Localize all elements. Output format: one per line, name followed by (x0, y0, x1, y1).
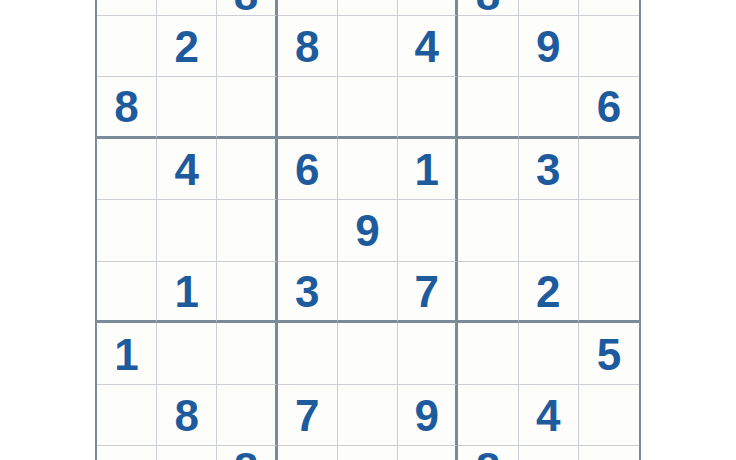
given-digit: 6 (295, 148, 319, 192)
given-digit: 2 (536, 270, 560, 314)
cell-r8c3[interactable] (217, 385, 277, 447)
cell-r1c6[interactable] (398, 0, 458, 16)
cell-r2c1[interactable] (97, 16, 157, 78)
cell-r8c6[interactable]: 9 (398, 385, 458, 447)
cell-r1c8[interactable] (519, 0, 579, 16)
cell-r9c8[interactable] (519, 446, 579, 460)
cell-r4c5[interactable] (338, 139, 398, 201)
cell-r6c3[interactable] (217, 262, 277, 324)
cell-r7c4[interactable] (278, 323, 338, 385)
cell-r3c2[interactable] (157, 77, 217, 139)
cell-r7c8[interactable] (519, 323, 579, 385)
cell-r2c6[interactable]: 4 (398, 16, 458, 78)
cell-r3c8[interactable] (519, 77, 579, 139)
cell-r4c3[interactable] (217, 139, 277, 201)
partial-given-digit: 8 (234, 0, 258, 17)
sudoku-page: 8828498646139137215879488 (0, 0, 736, 460)
cell-r7c7[interactable] (458, 323, 518, 385)
cell-r5c4[interactable] (278, 200, 338, 262)
cell-r8c1[interactable] (97, 385, 157, 447)
cell-r4c7[interactable] (458, 139, 518, 201)
partial-given-digit: 8 (476, 0, 500, 17)
given-digit: 5 (597, 333, 621, 377)
cell-r1c7[interactable]: 8 (458, 0, 518, 16)
cell-r6c8[interactable]: 2 (519, 262, 579, 324)
cell-r5c9[interactable] (579, 200, 639, 262)
cell-r9c2[interactable] (157, 446, 217, 460)
cell-r1c1[interactable] (97, 0, 157, 16)
cell-r9c6[interactable] (398, 446, 458, 460)
given-digit: 4 (414, 25, 438, 69)
given-digit: 3 (295, 270, 319, 314)
given-digit: 2 (175, 25, 199, 69)
cell-r9c7[interactable]: 8 (458, 446, 518, 460)
given-digit: 1 (175, 270, 199, 314)
cell-r7c6[interactable] (398, 323, 458, 385)
cell-r6c6[interactable]: 7 (398, 262, 458, 324)
cell-r5c1[interactable] (97, 200, 157, 262)
cell-r2c3[interactable] (217, 16, 277, 78)
cell-r7c1[interactable]: 1 (97, 323, 157, 385)
cell-r4c2[interactable]: 4 (157, 139, 217, 201)
given-digit: 9 (355, 209, 379, 253)
cell-r5c2[interactable] (157, 200, 217, 262)
cell-r5c6[interactable] (398, 200, 458, 262)
given-digit: 8 (114, 85, 138, 129)
cell-r8c2[interactable]: 8 (157, 385, 217, 447)
cell-r5c3[interactable] (217, 200, 277, 262)
cell-r1c3[interactable]: 8 (217, 0, 277, 16)
given-digit: 4 (536, 394, 560, 438)
cell-r3c6[interactable] (398, 77, 458, 139)
given-digit: 8 (175, 394, 199, 438)
cell-r6c4[interactable]: 3 (278, 262, 338, 324)
cell-r6c5[interactable] (338, 262, 398, 324)
cell-r6c1[interactable] (97, 262, 157, 324)
cell-r3c4[interactable] (278, 77, 338, 139)
cell-r5c8[interactable] (519, 200, 579, 262)
cell-r9c3[interactable]: 8 (217, 446, 277, 460)
cell-r2c9[interactable] (579, 16, 639, 78)
cell-r5c5[interactable]: 9 (338, 200, 398, 262)
cell-r1c4[interactable] (278, 0, 338, 16)
cell-r1c2[interactable] (157, 0, 217, 16)
given-digit: 6 (597, 85, 621, 129)
cell-r7c2[interactable] (157, 323, 217, 385)
cell-r8c8[interactable]: 4 (519, 385, 579, 447)
cell-r3c7[interactable] (458, 77, 518, 139)
cell-r3c5[interactable] (338, 77, 398, 139)
cell-r1c5[interactable] (338, 0, 398, 16)
cell-r7c9[interactable]: 5 (579, 323, 639, 385)
sudoku-board: 8828498646139137215879488 (95, 0, 641, 460)
cell-r2c7[interactable] (458, 16, 518, 78)
cell-r2c5[interactable] (338, 16, 398, 78)
cell-r4c1[interactable] (97, 139, 157, 201)
cell-r8c5[interactable] (338, 385, 398, 447)
cell-r9c9[interactable] (579, 446, 639, 460)
cell-r2c2[interactable]: 2 (157, 16, 217, 78)
given-digit: 9 (414, 394, 438, 438)
cell-r7c5[interactable] (338, 323, 398, 385)
given-digit: 8 (295, 25, 319, 69)
given-digit: 1 (414, 148, 438, 192)
given-digit: 7 (295, 394, 319, 438)
cell-r4c8[interactable]: 3 (519, 139, 579, 201)
given-digit: 9 (536, 25, 560, 69)
partial-given-digit: 8 (234, 447, 258, 460)
cell-r3c3[interactable] (217, 77, 277, 139)
cell-r7c3[interactable] (217, 323, 277, 385)
cell-r4c6[interactable]: 1 (398, 139, 458, 201)
given-digit: 1 (114, 333, 138, 377)
cell-r6c7[interactable] (458, 262, 518, 324)
cell-r8c7[interactable] (458, 385, 518, 447)
given-digit: 7 (414, 270, 438, 314)
cell-r4c9[interactable] (579, 139, 639, 201)
given-digit: 3 (536, 148, 560, 192)
cell-r9c1[interactable] (97, 446, 157, 460)
cell-r1c9[interactable] (579, 0, 639, 16)
cell-r9c5[interactable] (338, 446, 398, 460)
partial-given-digit: 8 (476, 447, 500, 460)
given-digit: 4 (175, 148, 199, 192)
cell-r4c4[interactable]: 6 (278, 139, 338, 201)
cell-r8c9[interactable] (579, 385, 639, 447)
cell-r2c4[interactable]: 8 (278, 16, 338, 78)
cell-r3c9[interactable]: 6 (579, 77, 639, 139)
cell-r9c4[interactable] (278, 446, 338, 460)
cell-r3c1[interactable]: 8 (97, 77, 157, 139)
cell-r6c9[interactable] (579, 262, 639, 324)
cell-r8c4[interactable]: 7 (278, 385, 338, 447)
cell-r5c7[interactable] (458, 200, 518, 262)
cell-r6c2[interactable]: 1 (157, 262, 217, 324)
cell-r2c8[interactable]: 9 (519, 16, 579, 78)
